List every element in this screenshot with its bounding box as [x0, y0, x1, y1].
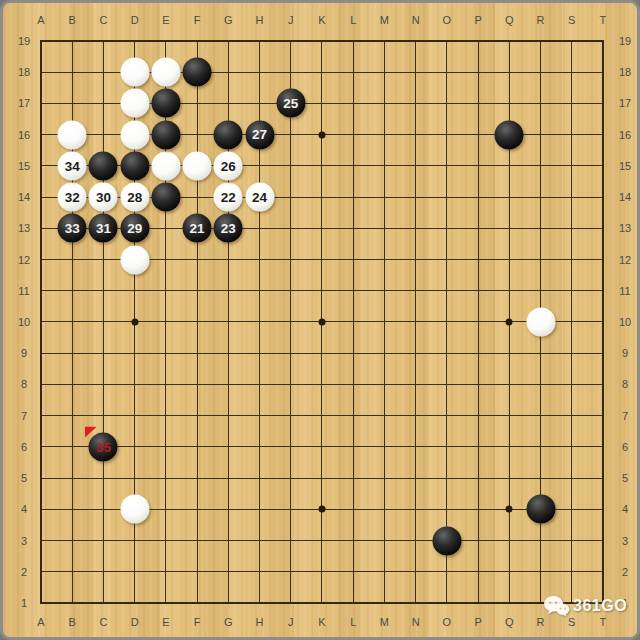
coord-label-bottom: A — [37, 616, 44, 628]
coord-label-bottom: P — [474, 616, 481, 628]
move-number: 34 — [65, 159, 80, 173]
coord-label-right: 10 — [619, 316, 631, 328]
stone-C14: 30 — [89, 183, 118, 212]
stone-E16 — [151, 120, 180, 149]
coord-label-left: 17 — [18, 97, 30, 109]
move-number: 30 — [96, 190, 111, 204]
coord-label-right: 5 — [622, 472, 628, 484]
coord-label-top: S — [568, 14, 575, 26]
coord-label-top: M — [380, 14, 389, 26]
coord-label-left: 10 — [18, 316, 30, 328]
move-number: 33 — [65, 222, 80, 236]
stone-C13: 31 — [89, 214, 118, 243]
move-number: 26 — [221, 159, 236, 173]
stone-E15 — [151, 151, 180, 180]
coord-label-left: 13 — [18, 222, 30, 234]
coord-label-right: 12 — [619, 254, 631, 266]
coord-label-left: 19 — [18, 35, 30, 47]
coord-label-top: P — [474, 14, 481, 26]
wechat-icon — [543, 595, 570, 617]
coord-label-right: 8 — [622, 378, 628, 390]
coord-label-left: 18 — [18, 66, 30, 78]
coord-label-top: R — [537, 14, 545, 26]
coord-label-top: C — [99, 14, 107, 26]
stone-B15: 34 — [58, 151, 87, 180]
coord-label-top: E — [162, 14, 169, 26]
stone-E17 — [151, 89, 180, 118]
stone-E18 — [151, 58, 180, 87]
coord-label-top: N — [412, 14, 420, 26]
coord-label-top: F — [194, 14, 201, 26]
stone-G15: 26 — [214, 151, 243, 180]
stone-D16 — [120, 120, 149, 149]
coord-label-right: 19 — [619, 35, 631, 47]
stone-G14: 22 — [214, 183, 243, 212]
coord-label-top: L — [350, 14, 356, 26]
coord-label-right: 15 — [619, 160, 631, 172]
coord-label-top: K — [318, 14, 325, 26]
coord-label-bottom: M — [380, 616, 389, 628]
move-number: 24 — [252, 190, 267, 204]
star-point — [318, 318, 325, 325]
coord-label-right: 4 — [622, 503, 628, 515]
watermark-text: 361GO — [573, 597, 627, 615]
stone-O3 — [432, 526, 461, 555]
move-number: 31 — [96, 222, 111, 236]
coord-label-top: J — [288, 14, 294, 26]
stone-R10 — [526, 307, 555, 336]
coord-label-right: 16 — [619, 129, 631, 141]
watermark: 361GO — [543, 595, 627, 617]
stone-Q16 — [495, 120, 524, 149]
coord-label-top: G — [224, 14, 233, 26]
stone-H16: 27 — [245, 120, 274, 149]
stone-F13: 21 — [183, 214, 212, 243]
coord-label-left: 3 — [21, 535, 27, 547]
move-number: 27 — [252, 128, 267, 142]
coord-label-bottom: N — [412, 616, 420, 628]
coord-label-bottom: F — [194, 616, 201, 628]
coord-label-bottom: T — [600, 616, 607, 628]
coord-label-bottom: H — [256, 616, 264, 628]
star-point — [506, 318, 513, 325]
coord-label-left: 14 — [18, 191, 30, 203]
star-point — [131, 318, 138, 325]
stone-E14 — [151, 183, 180, 212]
coord-label-left: 6 — [21, 441, 27, 453]
coord-label-left: 8 — [21, 378, 27, 390]
coord-label-left: 7 — [21, 410, 27, 422]
stone-D17 — [120, 89, 149, 118]
coord-label-left: 9 — [21, 347, 27, 359]
stone-C15 — [89, 151, 118, 180]
coord-label-bottom: L — [350, 616, 356, 628]
coord-label-bottom: K — [318, 616, 325, 628]
stone-D13: 29 — [120, 214, 149, 243]
move-number: 29 — [127, 222, 142, 236]
coord-label-bottom: R — [537, 616, 545, 628]
stone-B13: 33 — [58, 214, 87, 243]
coord-label-bottom: B — [69, 616, 76, 628]
stone-D18 — [120, 58, 149, 87]
stone-G13: 23 — [214, 214, 243, 243]
coord-label-right: 6 — [622, 441, 628, 453]
stone-F15 — [183, 151, 212, 180]
coord-label-top: T — [600, 14, 607, 26]
coord-label-top: A — [37, 14, 44, 26]
coord-label-left: 1 — [21, 597, 27, 609]
stone-C6: 35 — [89, 432, 118, 461]
coord-label-left: 2 — [21, 566, 27, 578]
move-number: 23 — [221, 222, 236, 236]
move-number: 35 — [96, 440, 111, 454]
coord-label-right: 17 — [619, 97, 631, 109]
coord-label-bottom: O — [443, 616, 452, 628]
star-point — [506, 506, 513, 513]
coord-label-top: O — [443, 14, 452, 26]
coord-label-left: 16 — [18, 129, 30, 141]
coord-label-left: 15 — [18, 160, 30, 172]
coord-label-top: H — [256, 14, 264, 26]
stone-B16 — [58, 120, 87, 149]
stone-D12 — [120, 245, 149, 274]
stone-H14: 24 — [245, 183, 274, 212]
coord-label-bottom: D — [131, 616, 139, 628]
stone-J17: 25 — [276, 89, 305, 118]
stone-D4 — [120, 495, 149, 524]
coord-label-left: 5 — [21, 472, 27, 484]
coord-label-bottom: J — [288, 616, 294, 628]
star-point — [318, 506, 325, 513]
stone-F18 — [183, 58, 212, 87]
move-number: 21 — [190, 222, 205, 236]
move-number: 32 — [65, 190, 80, 204]
coord-label-right: 7 — [622, 410, 628, 422]
star-point — [318, 131, 325, 138]
coord-label-bottom: E — [162, 616, 169, 628]
coord-label-right: 11 — [619, 285, 630, 297]
coord-label-right: 13 — [619, 222, 631, 234]
coord-label-right: 2 — [622, 566, 628, 578]
coord-label-left: 4 — [21, 503, 27, 515]
coord-label-bottom: S — [568, 616, 575, 628]
stone-R4 — [526, 495, 555, 524]
go-board-frame: AABBCCDDEEFFGGHHJJKKLLMMNNOOPPQQRRSSTT19… — [0, 0, 640, 640]
coord-label-left: 12 — [18, 254, 30, 266]
move-number: 22 — [221, 190, 236, 204]
coord-label-right: 14 — [619, 191, 631, 203]
stone-D15 — [120, 151, 149, 180]
move-number: 25 — [283, 97, 298, 111]
move-number: 28 — [127, 190, 142, 204]
coord-label-top: B — [69, 14, 76, 26]
stone-D14: 28 — [120, 183, 149, 212]
stone-B14: 32 — [58, 183, 87, 212]
coord-label-bottom: Q — [505, 616, 514, 628]
coord-label-left: 11 — [18, 285, 29, 297]
coord-label-bottom: C — [99, 616, 107, 628]
coord-label-top: Q — [505, 14, 514, 26]
coord-label-bottom: G — [224, 616, 233, 628]
coord-label-top: D — [131, 14, 139, 26]
coord-label-right: 9 — [622, 347, 628, 359]
stone-G16 — [214, 120, 243, 149]
coord-label-right: 18 — [619, 66, 631, 78]
coord-label-right: 3 — [622, 535, 628, 547]
